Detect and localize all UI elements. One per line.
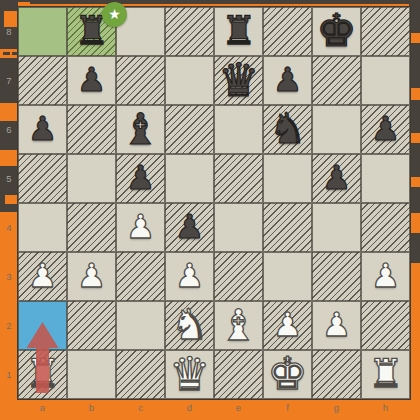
square-h8[interactable] [361, 7, 410, 56]
frame-dot [3, 52, 10, 55]
square-h7[interactable] [361, 56, 410, 105]
frame-dash [5, 195, 18, 204]
square-b6[interactable] [67, 105, 116, 154]
square-e1[interactable] [214, 350, 263, 399]
square-b2[interactable] [67, 301, 116, 350]
square-h1[interactable]: ♜ [361, 350, 410, 399]
square-d2[interactable]: ♞ [165, 301, 214, 350]
square-e3[interactable] [214, 252, 263, 301]
file-label-g: g [312, 402, 361, 414]
square-c3[interactable] [116, 252, 165, 301]
square-h5[interactable] [361, 154, 410, 203]
square-h6[interactable]: ♟ [361, 105, 410, 154]
square-b7[interactable]: ♟ [67, 56, 116, 105]
square-d1[interactable]: ♛ [165, 350, 214, 399]
square-g3[interactable] [312, 252, 361, 301]
rank-label-1: 1 [0, 369, 18, 381]
square-c7[interactable] [116, 56, 165, 105]
piece-white-rook[interactable]: ♜ [18, 349, 67, 398]
piece-black-pawn[interactable]: ♟ [116, 153, 165, 202]
rank-label-8: 8 [0, 26, 18, 38]
file-label-c: c [116, 402, 165, 414]
piece-white-pawn[interactable]: ♟ [165, 251, 214, 300]
square-e4[interactable] [214, 203, 263, 252]
square-d8[interactable] [165, 7, 214, 56]
piece-black-bishop[interactable]: ♝ [116, 104, 165, 153]
file-label-a: a [18, 402, 67, 414]
rank-label-2: 2 [0, 320, 18, 332]
square-c5[interactable]: ♟ [116, 154, 165, 203]
square-g7[interactable] [312, 56, 361, 105]
square-f8[interactable] [263, 7, 312, 56]
rank-label-3: 3 [0, 271, 18, 283]
square-b5[interactable] [67, 154, 116, 203]
square-a1[interactable]: ♜ [18, 350, 67, 399]
background-patch-right [409, 187, 420, 213]
square-e6[interactable] [214, 105, 263, 154]
square-e8[interactable]: ♜ [214, 7, 263, 56]
chess-app-frame: ♜★♜♚♟♛♟♟♝♞♟♟♟♟♟♟♟♟♟♞♝♟♟♜♛♚♜ 87654321abcd… [0, 0, 420, 420]
piece-black-queen[interactable]: ♛ [214, 55, 263, 104]
square-g1[interactable] [312, 350, 361, 399]
square-d7[interactable] [165, 56, 214, 105]
square-c2[interactable] [116, 301, 165, 350]
piece-white-king[interactable]: ♚ [263, 349, 312, 398]
piece-black-pawn[interactable]: ♟ [361, 104, 410, 153]
square-c1[interactable] [116, 350, 165, 399]
background-patch-right [409, 233, 420, 263]
best-move-star-badge: ★ [102, 2, 127, 27]
piece-black-king[interactable]: ♚ [312, 6, 361, 55]
square-f1[interactable]: ♚ [263, 350, 312, 399]
piece-white-rook[interactable]: ♜ [361, 349, 410, 398]
frame-dash [0, 150, 18, 166]
square-b8[interactable]: ♜★ [67, 7, 116, 56]
square-f4[interactable] [263, 203, 312, 252]
square-a8[interactable] [18, 7, 67, 56]
rank-label-4: 4 [0, 222, 18, 234]
piece-white-pawn[interactable]: ♟ [312, 300, 361, 349]
piece-white-pawn[interactable]: ♟ [361, 251, 410, 300]
piece-black-pawn[interactable]: ♟ [312, 153, 361, 202]
square-e7[interactable]: ♛ [214, 56, 263, 105]
square-d3[interactable]: ♟ [165, 252, 214, 301]
square-a6[interactable]: ♟ [18, 105, 67, 154]
background-patch-right [409, 143, 420, 177]
file-label-e: e [214, 402, 263, 414]
background-patch-right [409, 4, 420, 33]
square-g4[interactable] [312, 203, 361, 252]
square-f6[interactable]: ♞ [263, 105, 312, 154]
piece-black-knight[interactable]: ♞ [263, 104, 312, 153]
piece-white-bishop[interactable]: ♝ [214, 300, 263, 349]
square-a3[interactable]: ♟ [18, 252, 67, 301]
square-f3[interactable] [263, 252, 312, 301]
square-d5[interactable] [165, 154, 214, 203]
square-f2[interactable]: ♟ [263, 301, 312, 350]
piece-white-pawn[interactable]: ♟ [116, 202, 165, 251]
piece-black-pawn[interactable]: ♟ [67, 55, 116, 104]
square-d4[interactable]: ♟ [165, 203, 214, 252]
square-c6[interactable]: ♝ [116, 105, 165, 154]
file-label-b: b [67, 402, 116, 414]
frame-dot [12, 52, 17, 55]
square-a5[interactable] [18, 154, 67, 203]
piece-black-rook[interactable]: ♜ [214, 6, 263, 55]
square-b4[interactable] [67, 203, 116, 252]
piece-white-pawn[interactable]: ♟ [263, 300, 312, 349]
frame-dash [0, 103, 18, 121]
square-b3[interactable]: ♟ [67, 252, 116, 301]
rank-label-7: 7 [0, 75, 18, 87]
piece-white-knight[interactable]: ♞ [165, 300, 214, 349]
background-patch-right [409, 100, 420, 133]
square-f5[interactable] [263, 154, 312, 203]
square-g6[interactable] [312, 105, 361, 154]
square-h4[interactable] [361, 203, 410, 252]
file-label-f: f [263, 402, 312, 414]
piece-black-pawn[interactable]: ♟ [165, 202, 214, 251]
square-g8[interactable]: ♚ [312, 7, 361, 56]
square-f7[interactable]: ♟ [263, 56, 312, 105]
background-patch-right [409, 43, 420, 88]
rank-label-5: 5 [0, 173, 18, 185]
square-b1[interactable] [67, 350, 116, 399]
square-e2[interactable]: ♝ [214, 301, 263, 350]
piece-black-pawn[interactable]: ♟ [18, 104, 67, 153]
square-a4[interactable] [18, 203, 67, 252]
square-a7[interactable] [18, 56, 67, 105]
piece-black-pawn[interactable]: ♟ [263, 55, 312, 104]
piece-white-queen[interactable]: ♛ [165, 349, 214, 398]
rank-label-6: 6 [0, 124, 18, 136]
piece-white-pawn[interactable]: ♟ [18, 251, 67, 300]
top-border-band [0, 0, 420, 4]
chess-board: ♜★♜♚♟♛♟♟♝♞♟♟♟♟♟♟♟♟♟♞♝♟♟♜♛♚♜ [18, 7, 410, 399]
file-label-h: h [361, 402, 410, 414]
square-h2[interactable] [361, 301, 410, 350]
square-g2[interactable]: ♟ [312, 301, 361, 350]
piece-white-pawn[interactable]: ♟ [67, 251, 116, 300]
square-h3[interactable]: ♟ [361, 252, 410, 301]
square-c4[interactable]: ♟ [116, 203, 165, 252]
square-d6[interactable] [165, 105, 214, 154]
file-label-d: d [165, 402, 214, 414]
square-g5[interactable]: ♟ [312, 154, 361, 203]
square-e5[interactable] [214, 154, 263, 203]
square-a2[interactable] [18, 301, 67, 350]
